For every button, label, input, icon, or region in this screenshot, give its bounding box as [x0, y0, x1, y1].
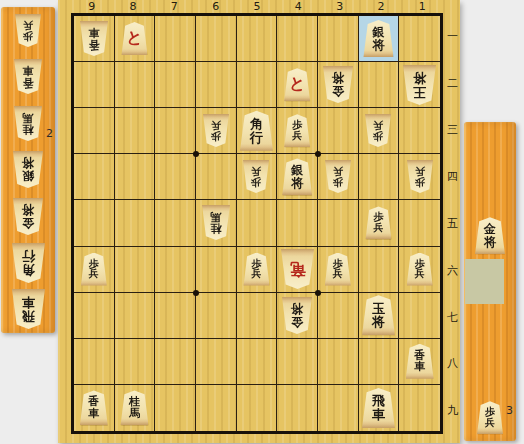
piece-sente-ginsho[interactable]: 銀将	[282, 158, 312, 195]
rank-label-7: 七	[445, 294, 460, 341]
square-4-3[interactable]: 歩兵	[277, 108, 318, 154]
piece-kanji: 兵	[333, 269, 343, 280]
piece-kanji: 将	[291, 303, 303, 316]
piece-gote-kinsho[interactable]: 金将	[323, 66, 353, 103]
rank-label-8: 八	[445, 340, 460, 387]
square-4-8[interactable]	[277, 339, 318, 385]
piece-kanji: 金	[484, 223, 496, 236]
piece-gote-keima[interactable]: 桂馬	[202, 205, 230, 240]
square-6-3[interactable]: 歩兵	[196, 108, 237, 154]
square-2-8[interactable]	[359, 339, 400, 385]
piece-kanji: 金	[291, 315, 303, 328]
piece-kanji: 飛	[22, 309, 35, 323]
square-9-4[interactable]	[74, 154, 115, 200]
piece-sente-fuhyo[interactable]: 歩兵	[365, 206, 391, 239]
square-4-4[interactable]: 銀将	[277, 154, 318, 200]
square-8-8[interactable]	[115, 339, 156, 385]
piece-sente-fuhyo[interactable]: 歩兵	[477, 401, 503, 434]
square-3-8[interactable]	[318, 339, 359, 385]
piece-kanji: 歩	[251, 177, 261, 188]
piece-kanji: 車	[414, 361, 425, 373]
gote-hand-slot-5[interactable]: 金将	[1, 193, 55, 240]
sente-hand-slot-7[interactable]: 歩兵3	[464, 395, 516, 441]
square-7-6[interactable]	[155, 247, 196, 293]
file-labels: 987654321	[71, 0, 443, 13]
square-1-9[interactable]	[399, 385, 440, 431]
piece-sente-ginsho[interactable]: 銀将	[363, 20, 393, 57]
piece-kanji: 香	[88, 39, 99, 51]
square-6-6[interactable]	[196, 247, 237, 293]
sente-hand-slot-6[interactable]	[464, 350, 516, 396]
square-3-4[interactable]: 歩兵	[318, 154, 359, 200]
square-9-6[interactable]: 歩兵	[74, 247, 115, 293]
piece-kanji: 馬	[23, 112, 34, 124]
rank-label-9: 九	[445, 387, 460, 434]
file-label-3: 3	[319, 0, 360, 13]
piece-sente-tokin[interactable]: と	[284, 68, 310, 101]
square-7-7[interactable]	[155, 293, 196, 339]
piece-sente-kakugyo[interactable]: 角行	[240, 111, 273, 151]
piece-kanji: 歩	[373, 131, 383, 142]
square-8-6[interactable]	[115, 247, 156, 293]
square-8-5[interactable]	[115, 200, 156, 246]
square-7-2[interactable]	[155, 62, 196, 108]
file-label-5: 5	[236, 0, 277, 13]
piece-kanji: 香	[23, 77, 34, 89]
square-3-2[interactable]: 金将	[318, 62, 359, 108]
square-1-3[interactable]	[399, 108, 440, 154]
file-label-2: 2	[360, 0, 401, 13]
hoshi-dot	[193, 151, 199, 157]
square-5-1[interactable]	[237, 16, 278, 62]
piece-sente-fuhyo[interactable]: 歩兵	[325, 253, 351, 286]
file-label-4: 4	[278, 0, 319, 13]
piece-sente-fuhyo[interactable]: 歩兵	[81, 253, 107, 286]
square-8-2[interactable]	[115, 62, 156, 108]
piece-gote-ginsho[interactable]: 銀将	[13, 151, 43, 188]
square-9-5[interactable]	[74, 200, 115, 246]
piece-kanji: 銀	[22, 170, 34, 183]
square-1-4[interactable]: 歩兵	[399, 154, 440, 200]
square-7-3[interactable]	[155, 108, 196, 154]
square-9-7[interactable]	[74, 293, 115, 339]
piece-kanji: 兵	[89, 269, 99, 280]
gote-hand-slot-4[interactable]: 銀将	[1, 147, 55, 194]
piece-gote-kakugyo[interactable]: 角行	[12, 243, 45, 283]
piece-gote-fuhyo[interactable]: 歩兵	[15, 14, 41, 47]
hoshi-dot	[315, 290, 321, 296]
square-5-3[interactable]: 角行	[237, 108, 278, 154]
square-7-5[interactable]	[155, 200, 196, 246]
square-4-9[interactable]	[277, 385, 318, 431]
rank-label-6: 六	[445, 247, 460, 294]
square-6-1[interactable]	[196, 16, 237, 62]
square-2-9[interactable]: 飛車	[359, 385, 400, 431]
square-2-5[interactable]: 歩兵	[359, 200, 400, 246]
piece-gote-kyosha[interactable]: 香車	[14, 59, 42, 94]
hoshi-dot	[193, 290, 199, 296]
piece-kanji: 兵	[292, 131, 302, 142]
square-8-1[interactable]: と	[115, 16, 156, 62]
piece-kanji: 兵	[373, 223, 383, 234]
piece-kanji: 行	[250, 131, 263, 145]
piece-kanji: 将	[413, 71, 426, 85]
square-5-9[interactable]	[237, 385, 278, 431]
piece-gote-fuhyo[interactable]: 歩兵	[365, 114, 391, 147]
piece-kanji: 竜	[289, 261, 305, 278]
square-2-1[interactable]: 銀将	[359, 16, 400, 62]
sente-hand-slot-2[interactable]	[464, 168, 516, 214]
piece-kanji: 角	[22, 263, 35, 277]
piece-sente-fuhyo[interactable]: 歩兵	[243, 253, 269, 286]
square-6-8[interactable]	[196, 339, 237, 385]
gote-hand-slot-2[interactable]: 香車	[1, 54, 55, 101]
square-8-7[interactable]	[115, 293, 156, 339]
piece-kanji: と	[126, 30, 142, 47]
square-2-3[interactable]: 歩兵	[359, 108, 400, 154]
square-1-2[interactable]: 王将	[399, 62, 440, 108]
file-label-6: 6	[195, 0, 236, 13]
sente-capture-tray: 金将歩兵3	[464, 122, 516, 441]
piece-kanji: 金	[332, 85, 344, 98]
square-6-7[interactable]	[196, 293, 237, 339]
gote-capture-tray: 歩兵香車桂馬2銀将金将角行飛車	[1, 7, 55, 333]
rank-labels: 一二三四五六七八九	[445, 13, 460, 434]
piece-gote-fuhyo[interactable]: 歩兵	[325, 160, 351, 193]
square-3-6[interactable]: 歩兵	[318, 247, 359, 293]
square-3-9[interactable]	[318, 385, 359, 431]
piece-kanji: 将	[22, 204, 34, 217]
square-7-8[interactable]	[155, 339, 196, 385]
square-5-6[interactable]: 歩兵	[237, 247, 278, 293]
square-6-4[interactable]	[196, 154, 237, 200]
square-4-6[interactable]: 竜	[277, 247, 318, 293]
square-5-4[interactable]: 歩兵	[237, 154, 278, 200]
file-label-1: 1	[402, 0, 443, 13]
file-label-9: 9	[71, 0, 112, 13]
piece-gote-kinsho[interactable]: 金将	[13, 198, 43, 235]
square-3-1[interactable]	[318, 16, 359, 62]
hoshi-dot	[315, 151, 321, 157]
piece-kanji: 車	[22, 296, 35, 310]
square-2-4[interactable]	[359, 154, 400, 200]
square-8-4[interactable]	[115, 154, 156, 200]
piece-kanji: 歩	[211, 131, 221, 142]
piece-gote-osho[interactable]: 王将	[403, 65, 436, 105]
square-1-6[interactable]: 歩兵	[399, 247, 440, 293]
square-3-7[interactable]	[318, 293, 359, 339]
rank-label-2: 二	[445, 60, 460, 107]
piece-sente-tokin[interactable]: と	[121, 22, 147, 55]
piece-kanji: 兵	[23, 20, 33, 31]
piece-kanji: 兵	[415, 166, 425, 177]
piece-kanji: 角	[250, 117, 263, 131]
piece-kanji: 王	[413, 85, 426, 99]
square-9-8[interactable]	[74, 339, 115, 385]
piece-kanji: 将	[22, 157, 34, 170]
square-5-8[interactable]	[237, 339, 278, 385]
square-7-9[interactable]	[155, 385, 196, 431]
sente-hand-slot-4[interactable]	[464, 259, 516, 305]
square-6-2[interactable]	[196, 62, 237, 108]
piece-sente-gyokusho[interactable]: 玉将	[362, 295, 395, 335]
piece-kanji: 銀	[291, 164, 303, 177]
sente-hand-slot-1[interactable]	[464, 122, 516, 168]
piece-sente-kyosha[interactable]: 香車	[80, 390, 108, 425]
sente-hand-slot-5[interactable]	[464, 304, 516, 350]
square-3-5[interactable]	[318, 200, 359, 246]
piece-kanji: 兵	[373, 120, 383, 131]
piece-sente-fuhyo[interactable]: 歩兵	[284, 114, 310, 147]
piece-kanji: 歩	[415, 177, 425, 188]
piece-kanji: 桂	[210, 223, 221, 235]
captured-count: 3	[506, 404, 513, 417]
piece-kanji: 玉	[372, 302, 385, 316]
file-label-7: 7	[154, 0, 195, 13]
piece-sente-kyosha[interactable]: 香車	[406, 344, 434, 379]
piece-kanji: 将	[332, 72, 344, 85]
square-4-5[interactable]	[277, 200, 318, 246]
piece-kanji: 銀	[372, 26, 384, 39]
selected-slot-highlight	[465, 259, 504, 305]
square-9-2[interactable]	[74, 62, 115, 108]
piece-sente-keima[interactable]: 桂馬	[120, 390, 148, 425]
piece-kanji: 将	[291, 177, 303, 190]
piece-gote-kyosha[interactable]: 香車	[80, 21, 108, 56]
piece-kanji: 車	[372, 408, 385, 422]
piece-sente-hisha[interactable]: 飛車	[362, 388, 395, 428]
piece-kanji: 車	[88, 27, 99, 39]
piece-gote-kinsho[interactable]: 金将	[282, 297, 312, 334]
square-4-7[interactable]: 金将	[277, 293, 318, 339]
piece-kanji: 飛	[372, 394, 385, 408]
square-1-1[interactable]	[399, 16, 440, 62]
square-1-8[interactable]: 香車	[399, 339, 440, 385]
piece-kanji: 兵	[211, 120, 221, 131]
square-8-9[interactable]: 桂馬	[115, 385, 156, 431]
piece-kanji: 兵	[251, 269, 261, 280]
square-2-2[interactable]	[359, 62, 400, 108]
piece-gote-fuhyo[interactable]: 歩兵	[407, 160, 433, 193]
piece-kanji: 兵	[333, 166, 343, 177]
piece-sente-kinsho[interactable]: 金将	[475, 217, 505, 254]
square-5-5[interactable]	[237, 200, 278, 246]
piece-gote-ryu[interactable]: 竜	[281, 249, 314, 289]
gote-hand-slot-1[interactable]: 歩兵	[1, 7, 55, 54]
captured-count: 2	[46, 127, 53, 140]
piece-kanji: 馬	[210, 211, 221, 223]
square-2-7[interactable]: 玉将	[359, 293, 400, 339]
piece-kanji: 馬	[129, 408, 140, 420]
piece-kanji: 兵	[415, 269, 425, 280]
piece-kanji: 行	[22, 249, 35, 263]
square-7-4[interactable]	[155, 154, 196, 200]
square-1-7[interactable]	[399, 293, 440, 339]
piece-kanji: 将	[484, 236, 496, 249]
square-6-9[interactable]	[196, 385, 237, 431]
file-label-8: 8	[112, 0, 153, 13]
piece-gote-keima[interactable]: 桂馬	[14, 106, 42, 141]
square-9-9[interactable]: 香車	[74, 385, 115, 431]
piece-kanji: 歩	[23, 30, 33, 41]
sente-hand-slot-3[interactable]: 金将	[464, 213, 516, 259]
piece-kanji: 車	[23, 65, 34, 77]
piece-kanji: 桂	[23, 123, 34, 135]
rank-label-5: 五	[445, 200, 460, 247]
rank-label-1: 一	[445, 13, 460, 60]
gote-hand-slot-6[interactable]: 角行	[1, 240, 55, 287]
piece-kanji: 将	[372, 315, 385, 329]
piece-kanji: 歩	[333, 177, 343, 188]
piece-sente-fuhyo[interactable]: 歩兵	[407, 253, 433, 286]
piece-kanji: 金	[22, 216, 34, 229]
square-6-5[interactable]: 桂馬	[196, 200, 237, 246]
square-4-2[interactable]: と	[277, 62, 318, 108]
square-3-3[interactable]	[318, 108, 359, 154]
piece-gote-hisha[interactable]: 飛車	[12, 289, 45, 329]
square-2-6[interactable]	[359, 247, 400, 293]
square-8-3[interactable]	[115, 108, 156, 154]
piece-kanji: 兵	[251, 166, 261, 177]
square-4-1[interactable]	[277, 16, 318, 62]
square-5-7[interactable]	[237, 293, 278, 339]
piece-kanji: 兵	[485, 418, 495, 429]
rank-label-3: 三	[445, 107, 460, 154]
gote-hand-slot-7[interactable]: 飛車	[1, 286, 55, 333]
shogi-board: 987654321 一二三四五六七八九 香車と銀将と金将王将歩兵角行歩兵歩兵歩兵…	[58, 0, 460, 443]
square-9-3[interactable]	[74, 108, 115, 154]
square-5-2[interactable]	[237, 62, 278, 108]
square-7-1[interactable]	[155, 16, 196, 62]
piece-kanji: 将	[372, 39, 384, 52]
square-9-1[interactable]: 香車	[74, 16, 115, 62]
square-1-5[interactable]	[399, 200, 440, 246]
piece-kanji: 車	[88, 408, 99, 420]
rank-label-4: 四	[445, 153, 460, 200]
gote-hand-slot-3[interactable]: 桂馬2	[1, 100, 55, 147]
piece-gote-fuhyo[interactable]: 歩兵	[243, 160, 269, 193]
piece-gote-fuhyo[interactable]: 歩兵	[203, 114, 229, 147]
piece-kanji: と	[289, 76, 305, 93]
board-grid: 香車と銀将と金将王将歩兵角行歩兵歩兵歩兵銀将歩兵歩兵桂馬歩兵歩兵歩兵竜歩兵歩兵金…	[71, 13, 443, 434]
